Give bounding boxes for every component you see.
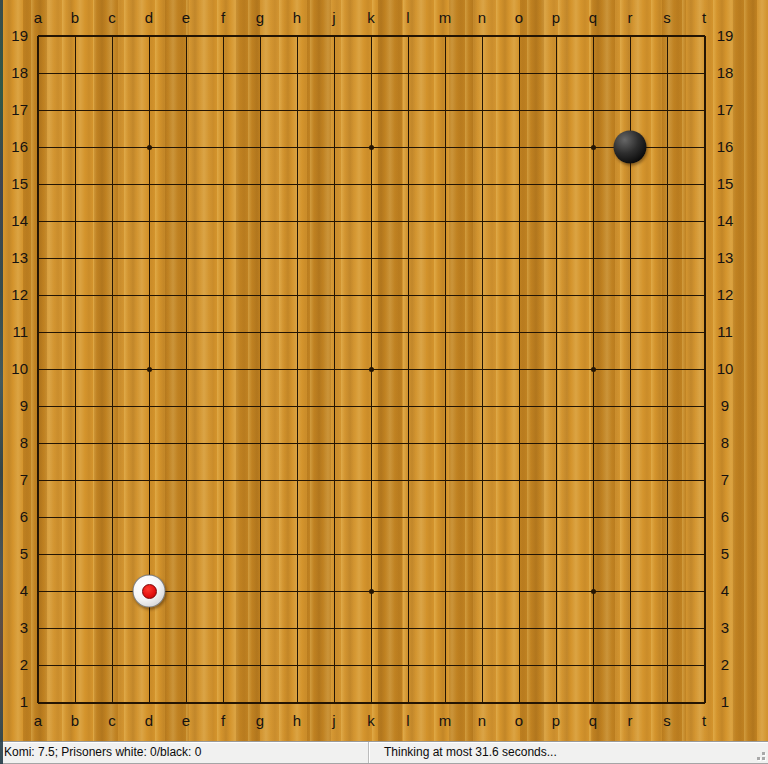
column-label-top: l xyxy=(395,10,421,26)
row-label-right: 14 xyxy=(713,213,737,229)
row-label-left: 15 xyxy=(4,176,28,192)
row-label-left: 18 xyxy=(4,65,28,81)
column-label-bottom: e xyxy=(173,713,199,729)
column-label-bottom: m xyxy=(432,713,458,729)
row-label-left: 5 xyxy=(4,546,28,562)
column-label-bottom: o xyxy=(506,713,532,729)
row-label-left: 8 xyxy=(4,435,28,451)
grid-line xyxy=(38,517,705,518)
column-label-top: n xyxy=(469,10,495,26)
row-label-right: 1 xyxy=(713,694,737,710)
row-label-left: 9 xyxy=(4,398,28,414)
star-point xyxy=(591,145,596,150)
black-stone xyxy=(614,131,647,164)
star-point xyxy=(147,367,152,372)
column-label-top: q xyxy=(580,10,606,26)
column-label-bottom: p xyxy=(543,713,569,729)
column-label-bottom: s xyxy=(654,713,680,729)
grid-line xyxy=(482,36,483,703)
grid-line xyxy=(38,443,705,444)
grid-line xyxy=(38,406,705,407)
star-point xyxy=(147,145,152,150)
column-label-top: d xyxy=(136,10,162,26)
column-label-top: s xyxy=(654,10,680,26)
grid-line xyxy=(408,36,409,703)
grid-line xyxy=(38,665,705,666)
row-label-left: 4 xyxy=(4,583,28,599)
column-label-top: o xyxy=(506,10,532,26)
column-label-bottom: f xyxy=(210,713,236,729)
column-label-top: k xyxy=(358,10,384,26)
row-label-right: 15 xyxy=(713,176,737,192)
row-label-right: 4 xyxy=(713,583,737,599)
row-label-left: 6 xyxy=(4,509,28,525)
column-label-bottom: l xyxy=(395,713,421,729)
row-label-right: 16 xyxy=(713,139,737,155)
column-label-bottom: q xyxy=(580,713,606,729)
grid-line xyxy=(556,36,557,703)
grid-line xyxy=(667,36,668,703)
row-label-right: 11 xyxy=(713,324,737,340)
column-label-bottom: h xyxy=(284,713,310,729)
star-point xyxy=(369,589,374,594)
row-label-left: 11 xyxy=(4,324,28,340)
column-label-bottom: a xyxy=(25,713,51,729)
row-label-right: 8 xyxy=(713,435,737,451)
column-label-top: a xyxy=(25,10,51,26)
column-label-bottom: k xyxy=(358,713,384,729)
row-label-right: 7 xyxy=(713,472,737,488)
star-point xyxy=(369,367,374,372)
column-label-top: e xyxy=(173,10,199,26)
row-label-left: 7 xyxy=(4,472,28,488)
column-label-top: f xyxy=(210,10,236,26)
grid-line xyxy=(38,554,705,555)
last-move-marker xyxy=(142,584,157,599)
status-bar: Komi: 7.5; Prisoners white: 0/black: 0 T… xyxy=(0,741,768,764)
star-point xyxy=(369,145,374,150)
grid-line xyxy=(38,480,705,481)
row-label-left: 17 xyxy=(4,102,28,118)
row-label-left: 12 xyxy=(4,287,28,303)
row-label-right: 6 xyxy=(713,509,737,525)
row-label-right: 13 xyxy=(713,250,737,266)
go-app-window: aabbccddeeffgghhjjkkllmmnnooppqqrrsstt19… xyxy=(0,0,768,764)
row-label-right: 2 xyxy=(713,657,737,673)
status-thinking: Thinking at most 31.6 seconds... xyxy=(369,742,768,763)
column-label-top: p xyxy=(543,10,569,26)
row-label-left: 10 xyxy=(4,361,28,377)
column-label-top: r xyxy=(617,10,643,26)
row-label-left: 1 xyxy=(4,694,28,710)
column-label-top: h xyxy=(284,10,310,26)
column-label-bottom: c xyxy=(99,713,125,729)
column-label-bottom: b xyxy=(62,713,88,729)
row-label-right: 12 xyxy=(713,287,737,303)
row-label-right: 9 xyxy=(713,398,737,414)
column-label-top: g xyxy=(247,10,273,26)
row-label-left: 3 xyxy=(4,620,28,636)
grid-line xyxy=(519,36,520,703)
row-label-left: 19 xyxy=(4,28,28,44)
column-label-top: m xyxy=(432,10,458,26)
column-label-bottom: t xyxy=(691,713,717,729)
column-label-top: t xyxy=(691,10,717,26)
row-label-left: 14 xyxy=(4,213,28,229)
column-label-bottom: d xyxy=(136,713,162,729)
white-stone xyxy=(133,575,166,608)
go-board[interactable]: aabbccddeeffgghhjjkkllmmnnooppqqrrsstt19… xyxy=(0,0,768,741)
column-label-bottom: n xyxy=(469,713,495,729)
row-label-right: 10 xyxy=(713,361,737,377)
grid-line xyxy=(38,702,705,704)
grid-line xyxy=(704,36,706,703)
row-label-right: 18 xyxy=(713,65,737,81)
column-label-bottom: r xyxy=(617,713,643,729)
row-label-right: 5 xyxy=(713,546,737,562)
window-edge-artifact xyxy=(0,0,3,764)
row-label-left: 16 xyxy=(4,139,28,155)
row-label-left: 13 xyxy=(4,250,28,266)
column-label-bottom: j xyxy=(321,713,347,729)
row-label-right: 3 xyxy=(713,620,737,636)
star-point xyxy=(591,589,596,594)
grid-line xyxy=(445,36,446,703)
resize-grip[interactable] xyxy=(754,749,766,761)
row-label-left: 2 xyxy=(4,657,28,673)
status-komi-prisoners: Komi: 7.5; Prisoners white: 0/black: 0 xyxy=(0,742,369,763)
star-point xyxy=(591,367,596,372)
column-label-top: b xyxy=(62,10,88,26)
grid-line xyxy=(38,628,705,629)
column-label-bottom: g xyxy=(247,713,273,729)
row-label-right: 19 xyxy=(713,28,737,44)
column-label-top: c xyxy=(99,10,125,26)
column-label-top: j xyxy=(321,10,347,26)
row-label-right: 17 xyxy=(713,102,737,118)
